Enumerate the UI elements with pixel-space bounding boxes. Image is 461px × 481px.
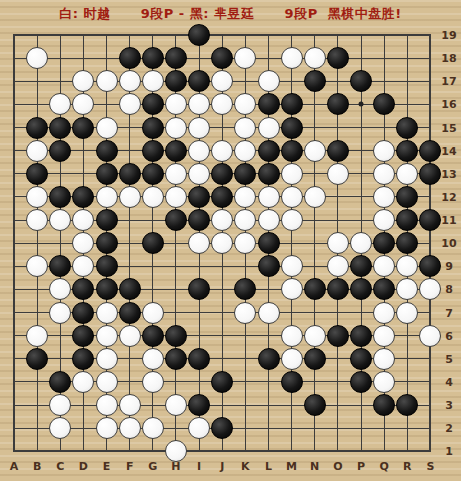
stone-white-R7 [396,302,418,324]
stone-black-I12 [188,186,210,208]
stone-black-F8 [119,278,141,300]
stone-white-L12 [258,186,280,208]
stone-black-N17 [304,70,326,92]
stone-black-I11 [188,209,210,231]
stone-black-R11 [396,209,418,231]
stone-black-G13 [142,163,164,185]
row-label-19: 19 [441,29,456,42]
stone-white-M6 [281,325,303,347]
stone-white-P10 [350,232,372,254]
col-label-E: E [103,460,111,473]
stone-white-K11 [234,209,256,231]
col-label-F: F [126,460,134,473]
stone-black-R3 [396,394,418,416]
star-point-P16 [359,102,364,107]
stone-black-C15 [49,117,71,139]
stone-white-Q14 [373,140,395,162]
col-label-S: S [426,460,434,473]
col-label-R: R [403,460,411,473]
stone-black-K13 [234,163,256,185]
row-label-4: 4 [445,375,453,388]
stone-black-G15 [142,117,164,139]
row-label-16: 16 [441,98,456,111]
stone-black-P8 [350,278,372,300]
stone-white-J10 [211,232,233,254]
stone-black-B13 [26,163,48,185]
stone-white-B11 [26,209,48,231]
stone-black-I8 [188,278,210,300]
col-label-M: M [286,460,297,473]
stone-white-M13 [281,163,303,185]
row-label-1: 1 [445,445,453,458]
stone-white-E5 [96,348,118,370]
stone-white-D11 [72,209,94,231]
stone-white-K18 [234,47,256,69]
stone-white-G2 [142,417,164,439]
col-label-H: H [171,460,180,473]
stone-white-H13 [165,163,187,185]
stone-white-D16 [72,93,94,115]
stone-white-M18 [281,47,303,69]
col-label-K: K [241,460,250,473]
row-label-9: 9 [445,260,453,273]
stone-white-F12 [119,186,141,208]
stone-white-G5 [142,348,164,370]
stone-black-E13 [96,163,118,185]
stone-white-D17 [72,70,94,92]
stone-white-H12 [165,186,187,208]
stone-white-L7 [258,302,280,324]
stone-white-K16 [234,93,256,115]
row-label-12: 12 [441,190,456,203]
stone-white-I16 [188,93,210,115]
stone-black-M16 [281,93,303,115]
stone-white-Q6 [373,325,395,347]
stone-white-N6 [304,325,326,347]
stone-black-J4 [211,371,233,393]
stone-black-I3 [188,394,210,416]
stone-black-D15 [72,117,94,139]
stone-black-L10 [258,232,280,254]
stone-black-H5 [165,348,187,370]
stone-white-F16 [119,93,141,115]
grid-vline [314,35,315,452]
stone-black-E14 [96,140,118,162]
stone-black-S9 [419,255,441,277]
row-label-2: 2 [445,422,453,435]
col-label-A: A [10,460,19,473]
grid-hline [13,405,431,406]
stone-black-B5 [26,348,48,370]
stone-white-K14 [234,140,256,162]
stone-white-F6 [119,325,141,347]
stone-black-G6 [142,325,164,347]
stone-black-C9 [49,255,71,277]
stone-white-B14 [26,140,48,162]
stone-black-R10 [396,232,418,254]
col-label-I: I [197,460,201,473]
stone-white-M9 [281,255,303,277]
stone-white-G7 [142,302,164,324]
stone-black-M4 [281,371,303,393]
stone-black-D8 [72,278,94,300]
stone-white-O10 [327,232,349,254]
stone-black-R15 [396,117,418,139]
stone-white-B12 [26,186,48,208]
stone-white-H16 [165,93,187,115]
stone-white-Q11 [373,209,395,231]
stone-white-H15 [165,117,187,139]
stone-white-D9 [72,255,94,277]
stone-white-O13 [327,163,349,185]
stone-white-C16 [49,93,71,115]
stone-white-B6 [26,325,48,347]
stone-white-I13 [188,163,210,185]
stone-white-E12 [96,186,118,208]
stone-black-P6 [350,325,372,347]
stone-white-F2 [119,417,141,439]
stone-black-P17 [350,70,372,92]
stone-white-S6 [419,325,441,347]
stone-black-L13 [258,163,280,185]
stone-black-B15 [26,117,48,139]
stone-black-H17 [165,70,187,92]
col-label-P: P [357,460,365,473]
stone-black-L5 [258,348,280,370]
stone-white-L15 [258,117,280,139]
stone-white-Q4 [373,371,395,393]
stone-white-L11 [258,209,280,231]
stone-white-C3 [49,394,71,416]
stone-black-I17 [188,70,210,92]
stone-black-D7 [72,302,94,324]
stone-black-G10 [142,232,164,254]
stone-black-E9 [96,255,118,277]
row-label-10: 10 [441,237,456,250]
go-board[interactable]: ABCDEFGHIJKLMNOPQRS191817161514131211109… [0,0,461,481]
stone-black-P4 [350,371,372,393]
row-label-18: 18 [441,52,456,65]
stone-white-M11 [281,209,303,231]
stone-black-C14 [49,140,71,162]
stone-black-S11 [419,209,441,231]
stone-white-G12 [142,186,164,208]
stone-black-G18 [142,47,164,69]
stone-white-I15 [188,117,210,139]
stone-white-F3 [119,394,141,416]
stone-black-P5 [350,348,372,370]
stone-black-H11 [165,209,187,231]
stone-black-D5 [72,348,94,370]
row-label-8: 8 [445,283,453,296]
stone-black-Q16 [373,93,395,115]
stone-white-O9 [327,255,349,277]
stone-black-O18 [327,47,349,69]
stone-white-C7 [49,302,71,324]
stone-white-E3 [96,394,118,416]
stone-black-I5 [188,348,210,370]
stone-black-E10 [96,232,118,254]
stone-white-D4 [72,371,94,393]
stone-black-F18 [119,47,141,69]
stone-white-M5 [281,348,303,370]
stone-white-S8 [419,278,441,300]
stone-white-N14 [304,140,326,162]
stone-white-Q9 [373,255,395,277]
stone-white-J16 [211,93,233,115]
stone-white-B18 [26,47,48,69]
row-label-5: 5 [445,352,453,365]
stone-black-O14 [327,140,349,162]
stone-black-L16 [258,93,280,115]
stone-white-G17 [142,70,164,92]
stone-white-Q12 [373,186,395,208]
col-label-N: N [310,460,319,473]
stone-white-E2 [96,417,118,439]
row-label-13: 13 [441,167,456,180]
stone-black-N3 [304,394,326,416]
stone-black-P9 [350,255,372,277]
stone-black-E8 [96,278,118,300]
stone-black-N5 [304,348,326,370]
stone-white-N18 [304,47,326,69]
stone-black-M15 [281,117,303,139]
stone-white-K15 [234,117,256,139]
stone-black-K8 [234,278,256,300]
stone-black-J13 [211,163,233,185]
stone-black-J18 [211,47,233,69]
stone-white-Q7 [373,302,395,324]
stone-black-S13 [419,163,441,185]
stone-white-C2 [49,417,71,439]
stone-white-R13 [396,163,418,185]
go-game-viewer: { "game": "go", "header": { "title": "白:… [0,0,461,481]
stone-white-E15 [96,117,118,139]
stone-white-D10 [72,232,94,254]
col-label-C: C [56,460,64,473]
stone-white-F17 [119,70,141,92]
stone-white-M8 [281,278,303,300]
stone-white-E7 [96,302,118,324]
stone-black-O16 [327,93,349,115]
stone-black-R12 [396,186,418,208]
stone-black-G14 [142,140,164,162]
stone-white-C8 [49,278,71,300]
col-label-D: D [79,460,88,473]
stone-black-C4 [49,371,71,393]
stone-black-F13 [119,163,141,185]
stone-white-E17 [96,70,118,92]
stone-white-K12 [234,186,256,208]
stone-white-R9 [396,255,418,277]
stone-white-I10 [188,232,210,254]
stone-white-J14 [211,140,233,162]
stone-black-L9 [258,255,280,277]
stone-white-J17 [211,70,233,92]
stone-black-L14 [258,140,280,162]
stone-white-Q13 [373,163,395,185]
col-label-B: B [33,460,41,473]
row-label-14: 14 [441,144,456,157]
row-label-7: 7 [445,306,453,319]
stone-white-I2 [188,417,210,439]
grid-hline [13,450,431,452]
stone-white-Q5 [373,348,395,370]
stone-white-B9 [26,255,48,277]
row-label-15: 15 [441,121,456,134]
row-label-6: 6 [445,329,453,342]
col-label-O: O [333,460,342,473]
stone-black-C12 [49,186,71,208]
stone-black-N8 [304,278,326,300]
stone-black-G16 [142,93,164,115]
stone-black-S14 [419,140,441,162]
stone-white-L17 [258,70,280,92]
stone-white-M12 [281,186,303,208]
stone-black-H18 [165,47,187,69]
stone-black-Q3 [373,394,395,416]
stone-white-C11 [49,209,71,231]
row-label-17: 17 [441,75,456,88]
stone-black-Q10 [373,232,395,254]
stone-black-F7 [119,302,141,324]
col-label-Q: Q [379,460,388,473]
stone-black-J2 [211,417,233,439]
stone-black-J12 [211,186,233,208]
stone-black-E11 [96,209,118,231]
stone-white-H3 [165,394,187,416]
stone-white-E4 [96,371,118,393]
stone-black-H14 [165,140,187,162]
stone-black-D12 [72,186,94,208]
stone-white-K10 [234,232,256,254]
stone-white-E6 [96,325,118,347]
stone-white-N12 [304,186,326,208]
stone-white-G4 [142,371,164,393]
stone-black-R14 [396,140,418,162]
stone-black-I19 [188,24,210,46]
stone-white-J11 [211,209,233,231]
stone-black-Q8 [373,278,395,300]
col-label-L: L [265,460,272,473]
grid-vline [429,35,431,452]
stone-white-I14 [188,140,210,162]
stone-black-O6 [327,325,349,347]
row-label-11: 11 [441,214,456,227]
stone-black-H6 [165,325,187,347]
stone-black-O8 [327,278,349,300]
stone-white-R8 [396,278,418,300]
stone-black-D6 [72,325,94,347]
row-label-3: 3 [445,399,453,412]
col-label-G: G [148,460,157,473]
stone-black-M14 [281,140,303,162]
stone-white-K7 [234,302,256,324]
col-label-J: J [220,460,224,473]
